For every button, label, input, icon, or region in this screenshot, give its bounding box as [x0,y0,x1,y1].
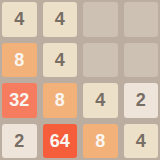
empty-cell [124,43,159,78]
tile-8: 8 [2,43,37,78]
empty-cell [83,43,118,78]
tile-64: 64 [43,124,78,159]
tile-4: 4 [43,43,78,78]
tile-2: 2 [2,124,37,159]
tile-32: 32 [2,83,37,118]
empty-cell [83,2,118,37]
tile-8: 8 [43,83,78,118]
empty-cell [124,2,159,37]
tile-4: 4 [83,83,118,118]
tile-4: 4 [124,124,159,159]
tile-2: 2 [124,83,159,118]
tile-4: 4 [43,2,78,37]
tile-8: 8 [83,124,118,159]
tile-4: 4 [2,2,37,37]
board-2048[interactable]: 44843284226484 [0,0,160,160]
